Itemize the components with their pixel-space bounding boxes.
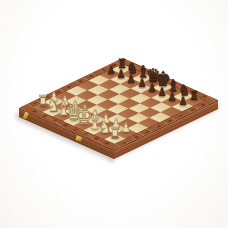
piece-white-rook-h1: ♜	[109, 126, 120, 141]
piece-black-pawn-g7: ♟	[168, 92, 177, 104]
piece-black-pawn-h7: ♟	[178, 96, 187, 108]
product-photo-chess-set: AABBCCDDEEFFGGHH1122334455667788 ♜♞♝♛♚♝♞…	[0, 0, 228, 228]
piece-black-pawn-b7: ♟	[117, 69, 126, 81]
piece-black-pawn-c7: ♟	[127, 73, 136, 85]
piece-black-pawn-d7: ♟	[137, 78, 146, 90]
chess-pieces-layer: ♜♞♝♛♚♝♞♜♟♟♟♟♟♟♟♟♟♟♟♟♟♟♟♟♜♞♝♛♚♝♞♜	[0, 0, 228, 228]
piece-black-pawn-e7: ♟	[147, 82, 156, 94]
piece-black-pawn-f7: ♟	[158, 87, 167, 99]
piece-black-pawn-a7: ♟	[106, 64, 115, 76]
piece-white-pawn-h2: ♟	[121, 122, 131, 135]
piece-black-rook-h8: ♜	[189, 90, 199, 103]
